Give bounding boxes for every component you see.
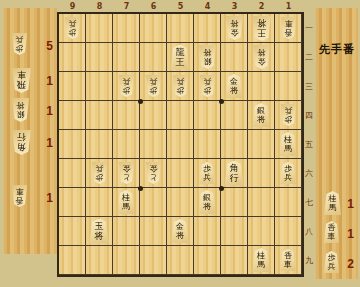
- square-4四[interactable]: [194, 101, 221, 130]
- square-9七[interactable]: [59, 188, 86, 217]
- piece-kanji: 王: [257, 28, 266, 38]
- square-2三[interactable]: [248, 72, 275, 101]
- gote-hand-slot-hisha: 飛車1: [4, 67, 57, 95]
- square-6九[interactable]: [140, 246, 167, 275]
- piece-kanji: 将: [230, 19, 238, 28]
- file-label-5: 5: [167, 1, 194, 12]
- piece-kanji: 玉: [95, 221, 104, 231]
- piece-kanji: 将: [17, 101, 25, 110]
- piece-kanji: 馬: [284, 144, 292, 153]
- piece-kanji: 金: [149, 164, 157, 173]
- sente-fu-piece[interactable]: 歩兵: [280, 162, 297, 184]
- piece-kanji: 歩: [328, 253, 336, 262]
- file-label-9: 9: [59, 1, 86, 12]
- piece-kanji: 香: [328, 223, 336, 232]
- gote-fu-piece[interactable]: 歩兵: [64, 17, 81, 39]
- square-7九[interactable]: [113, 246, 140, 275]
- square-3三[interactable]: 金将: [221, 72, 248, 101]
- piece-kanji: 将: [176, 231, 184, 240]
- square-9六[interactable]: [59, 159, 86, 188]
- gote-hand-slot-gin: 銀将1: [4, 97, 57, 125]
- piece-kanji: 桂: [257, 251, 265, 260]
- sente-gin-piece[interactable]: 銀将: [252, 103, 271, 127]
- piece-kanji: 兵: [284, 106, 292, 115]
- rank-label-8: 八: [303, 217, 315, 246]
- sente-hand-slot-fu: 歩兵2: [316, 250, 358, 278]
- gote-kin-piece[interactable]: 金将: [252, 45, 271, 69]
- piece-kanji: 金: [257, 57, 265, 66]
- rank-label-6: 六: [303, 159, 315, 188]
- gote-hand-panel: 歩兵5飛車1銀将1角行1香車1: [4, 8, 57, 254]
- piece-kanji: 兵: [68, 19, 76, 28]
- square-8八[interactable]: 玉将: [86, 217, 113, 246]
- piece-kanji: 将: [257, 18, 266, 28]
- sente-hand-count-fu: 2: [347, 257, 354, 271]
- square-3九[interactable]: [221, 246, 248, 275]
- star-point: [219, 99, 224, 104]
- square-9二[interactable]: [59, 43, 86, 72]
- rank-label-2: 二: [303, 43, 315, 72]
- piece-kanji: 兵: [149, 77, 157, 86]
- square-4三[interactable]: 歩兵: [194, 72, 221, 101]
- sente-kyosha-piece[interactable]: 香車: [323, 221, 340, 243]
- square-8七[interactable]: [86, 188, 113, 217]
- piece-kanji: 車: [328, 232, 336, 241]
- piece-kanji: 香: [284, 28, 292, 37]
- square-2八[interactable]: [248, 217, 275, 246]
- piece-kanji: 香: [284, 251, 292, 260]
- sente-gyoku-piece[interactable]: 玉将: [89, 219, 110, 244]
- square-4七[interactable]: 銀将: [194, 188, 221, 217]
- piece-kanji: 歩: [68, 28, 76, 37]
- file-label-8: 8: [86, 1, 113, 12]
- square-7八[interactable]: [113, 217, 140, 246]
- piece-kanji: 兵: [122, 77, 130, 86]
- square-4九[interactable]: [194, 246, 221, 275]
- gote-kaku-piece[interactable]: 角行: [11, 130, 32, 155]
- square-1九[interactable]: 香車: [275, 246, 302, 275]
- sente-kin-piece[interactable]: 金将: [171, 219, 190, 243]
- piece-kanji: 将: [230, 86, 238, 95]
- piece-kanji: 歩: [176, 86, 184, 95]
- piece-kanji: 香: [16, 196, 24, 205]
- gote-hand-count-gin: 1: [46, 104, 53, 118]
- rank-label-1: 一: [303, 14, 315, 43]
- sente-hand-slot-keima: 桂馬1: [316, 190, 358, 218]
- sente-hand-panel: 先手番 桂馬1香車1歩兵2: [316, 8, 358, 279]
- gote-hand-slot-kyosha: 香車1: [4, 184, 57, 212]
- square-1六[interactable]: 歩兵: [275, 159, 302, 188]
- square-5一[interactable]: [167, 14, 194, 43]
- square-9五[interactable]: [59, 130, 86, 159]
- piece-kanji: 将: [203, 202, 211, 211]
- square-8九[interactable]: [86, 246, 113, 275]
- piece-kanji: 歩: [284, 164, 292, 173]
- square-5六[interactable]: [167, 159, 194, 188]
- rank-label-9: 九: [303, 246, 315, 275]
- square-8五[interactable]: [86, 130, 113, 159]
- turn-indicator: 先手番: [316, 42, 358, 57]
- gote-hand-count-hisha: 1: [46, 74, 53, 88]
- piece-kanji: 歩: [149, 86, 157, 95]
- piece-kanji: 金: [122, 164, 130, 173]
- square-1八[interactable]: [275, 217, 302, 246]
- piece-kanji: 兵: [203, 77, 211, 86]
- square-2七[interactable]: [248, 188, 275, 217]
- piece-kanji: 将: [203, 48, 211, 57]
- square-2九[interactable]: 桂馬: [248, 246, 275, 275]
- rank-label-5: 五: [303, 130, 315, 159]
- piece-kanji: 馬: [329, 203, 337, 212]
- piece-kanji: 金: [230, 28, 238, 37]
- rank-label-4: 四: [303, 101, 315, 130]
- square-9四[interactable]: [59, 101, 86, 130]
- square-7五[interactable]: [113, 130, 140, 159]
- square-3一[interactable]: 金将: [221, 14, 248, 43]
- gote-fu-piece[interactable]: 歩兵: [280, 104, 297, 126]
- gote-gin-piece[interactable]: 銀将: [11, 98, 30, 122]
- square-6二[interactable]: [140, 43, 167, 72]
- piece-kanji: 歩: [122, 86, 130, 95]
- sente-keima-piece[interactable]: 桂馬: [323, 191, 342, 215]
- piece-kanji: 歩: [203, 164, 211, 173]
- file-label-2: 2: [248, 1, 275, 12]
- gote-hand-count-kyosha: 1: [46, 191, 53, 205]
- square-5九[interactable]: [167, 246, 194, 275]
- sente-fu-piece[interactable]: 歩兵: [199, 162, 216, 184]
- square-3六[interactable]: 角行: [221, 159, 248, 188]
- piece-kanji: 銀: [203, 193, 211, 202]
- piece-kanji: 馬: [122, 202, 130, 211]
- gote-fu-piece[interactable]: 歩兵: [172, 75, 189, 97]
- square-9九[interactable]: [59, 246, 86, 275]
- gote-fu-piece[interactable]: 歩兵: [199, 75, 216, 97]
- piece-kanji: 兵: [203, 173, 211, 182]
- gote-kyosha-piece[interactable]: 香車: [280, 17, 297, 39]
- piece-kanji: と: [149, 173, 157, 182]
- piece-kanji: 兵: [176, 77, 184, 86]
- star-point: [138, 186, 143, 191]
- sente-ryuo-piece[interactable]: 龍王: [170, 45, 191, 70]
- square-5三[interactable]: 歩兵: [167, 72, 194, 101]
- square-3四[interactable]: [221, 101, 248, 130]
- square-8一[interactable]: [86, 14, 113, 43]
- gote-fu-piece[interactable]: 歩兵: [91, 162, 108, 184]
- square-4二[interactable]: 銀将: [194, 43, 221, 72]
- square-1三[interactable]: [275, 72, 302, 101]
- gote-tokin-piece[interactable]: と金: [118, 162, 135, 184]
- piece-kanji: 兵: [284, 173, 292, 182]
- piece-kanji: 桂: [122, 193, 130, 202]
- rank-label-3: 三: [303, 72, 315, 101]
- gote-hand-count-kaku: 1: [46, 136, 53, 150]
- square-2六[interactable]: [248, 159, 275, 188]
- square-2二[interactable]: 金将: [248, 43, 275, 72]
- piece-kanji: 龍: [176, 47, 185, 57]
- gote-kyosha-piece[interactable]: 香車: [11, 185, 28, 207]
- square-7三[interactable]: 歩兵: [113, 72, 140, 101]
- square-2一[interactable]: 王将: [248, 14, 275, 43]
- shogi-board: 歩兵金将王将香車龍王銀将金将歩兵歩兵歩兵歩兵金将銀将歩兵桂馬歩兵と金と金歩兵角行…: [57, 12, 304, 277]
- square-6一[interactable]: [140, 14, 167, 43]
- piece-kanji: 桂: [284, 135, 292, 144]
- gote-hand-count-fu: 5: [46, 39, 53, 53]
- sente-keima-piece[interactable]: 桂馬: [252, 248, 271, 272]
- square-5五[interactable]: [167, 130, 194, 159]
- sente-fu-piece[interactable]: 歩兵: [323, 251, 340, 273]
- gote-osho-piece[interactable]: 王将: [251, 16, 272, 41]
- piece-kanji: 銀: [257, 106, 265, 115]
- gote-hand-slot-fu: 歩兵5: [4, 32, 57, 60]
- square-8三[interactable]: [86, 72, 113, 101]
- square-7六[interactable]: と金: [113, 159, 140, 188]
- square-8四[interactable]: [86, 101, 113, 130]
- square-7四[interactable]: [113, 101, 140, 130]
- piece-kanji: 歩: [16, 44, 24, 53]
- piece-kanji: 馬: [257, 260, 265, 269]
- gote-fu-piece[interactable]: 歩兵: [118, 75, 135, 97]
- square-6六[interactable]: と金: [140, 159, 167, 188]
- square-6五[interactable]: [140, 130, 167, 159]
- sente-keima-piece[interactable]: 桂馬: [279, 132, 298, 156]
- square-3八[interactable]: [221, 217, 248, 246]
- piece-kanji: 金: [230, 77, 238, 86]
- file-label-6: 6: [140, 1, 167, 12]
- piece-kanji: 行: [230, 173, 239, 183]
- square-2四[interactable]: 銀将: [248, 101, 275, 130]
- piece-kanji: 車: [284, 260, 292, 269]
- square-1五[interactable]: 桂馬: [275, 130, 302, 159]
- piece-kanji: 銀: [17, 110, 25, 119]
- piece-kanji: 行: [17, 133, 26, 143]
- square-4一[interactable]: [194, 14, 221, 43]
- sente-kin-piece[interactable]: 金将: [225, 74, 244, 98]
- square-1四[interactable]: 歩兵: [275, 101, 302, 130]
- square-4八[interactable]: [194, 217, 221, 246]
- gote-gin-piece[interactable]: 銀将: [198, 45, 217, 69]
- square-2五[interactable]: [248, 130, 275, 159]
- file-label-4: 4: [194, 1, 221, 12]
- piece-kanji: 金: [176, 222, 184, 231]
- file-label-1: 1: [275, 1, 302, 12]
- square-9八[interactable]: [59, 217, 86, 246]
- piece-kanji: 兵: [16, 35, 24, 44]
- square-7一[interactable]: [113, 14, 140, 43]
- piece-kanji: 歩: [95, 173, 103, 182]
- square-6三[interactable]: 歩兵: [140, 72, 167, 101]
- square-6四[interactable]: [140, 101, 167, 130]
- piece-kanji: 車: [17, 71, 26, 81]
- square-1二[interactable]: [275, 43, 302, 72]
- star-point: [219, 186, 224, 191]
- piece-kanji: 王: [176, 57, 185, 67]
- piece-kanji: 歩: [203, 86, 211, 95]
- square-3七[interactable]: [221, 188, 248, 217]
- piece-kanji: 車: [16, 187, 24, 196]
- square-5八[interactable]: 金将: [167, 217, 194, 246]
- sente-kyosha-piece[interactable]: 香車: [280, 249, 297, 271]
- piece-kanji: 将: [257, 115, 265, 124]
- square-7七[interactable]: 桂馬: [113, 188, 140, 217]
- star-point: [138, 99, 143, 104]
- square-4六[interactable]: 歩兵: [194, 159, 221, 188]
- gote-fu-piece[interactable]: 歩兵: [11, 33, 28, 55]
- piece-kanji: と: [122, 173, 130, 182]
- square-4五[interactable]: [194, 130, 221, 159]
- piece-kanji: 兵: [95, 164, 103, 173]
- sente-hand-slot-kyosha: 香車1: [316, 220, 358, 248]
- sente-keima-piece[interactable]: 桂馬: [117, 190, 136, 214]
- piece-kanji: 兵: [328, 262, 336, 271]
- gote-fu-piece[interactable]: 歩兵: [145, 75, 162, 97]
- square-3二[interactable]: [221, 43, 248, 72]
- sente-hand-count-keima: 1: [347, 197, 354, 211]
- square-7二[interactable]: [113, 43, 140, 72]
- piece-kanji: 飛: [17, 81, 26, 91]
- piece-kanji: 将: [257, 48, 265, 57]
- square-9一[interactable]: 歩兵: [59, 14, 86, 43]
- square-1一[interactable]: 香車: [275, 14, 302, 43]
- square-6八[interactable]: [140, 217, 167, 246]
- file-label-7: 7: [113, 1, 140, 12]
- piece-kanji: 銀: [203, 57, 211, 66]
- rank-label-7: 七: [303, 188, 315, 217]
- piece-kanji: 角: [230, 163, 239, 173]
- square-8六[interactable]: 歩兵: [86, 159, 113, 188]
- gote-kin-piece[interactable]: 金将: [225, 16, 244, 40]
- square-9三[interactable]: [59, 72, 86, 101]
- sente-gin-piece[interactable]: 銀将: [198, 190, 217, 214]
- file-label-3: 3: [221, 1, 248, 12]
- square-1七[interactable]: [275, 188, 302, 217]
- square-8二[interactable]: [86, 43, 113, 72]
- square-5四[interactable]: [167, 101, 194, 130]
- square-5二[interactable]: 龍王: [167, 43, 194, 72]
- square-3五[interactable]: [221, 130, 248, 159]
- sente-kaku-piece[interactable]: 角行: [224, 161, 245, 186]
- piece-kanji: 角: [17, 143, 26, 153]
- shogi-app: 歩兵5飛車1銀将1角行1香車1 歩兵金将王将香車龍王銀将金将歩兵歩兵歩兵歩兵金将…: [0, 0, 360, 287]
- piece-kanji: 車: [284, 19, 292, 28]
- sente-hand-count-kyosha: 1: [347, 227, 354, 241]
- gote-hand-slot-kaku: 角行1: [4, 129, 57, 157]
- square-5七[interactable]: [167, 188, 194, 217]
- piece-kanji: 将: [95, 231, 104, 241]
- piece-kanji: 桂: [329, 194, 337, 203]
- square-6七[interactable]: [140, 188, 167, 217]
- gote-hisha-piece[interactable]: 飛車: [11, 68, 32, 93]
- piece-kanji: 歩: [284, 115, 292, 124]
- gote-tokin-piece[interactable]: と金: [145, 162, 162, 184]
